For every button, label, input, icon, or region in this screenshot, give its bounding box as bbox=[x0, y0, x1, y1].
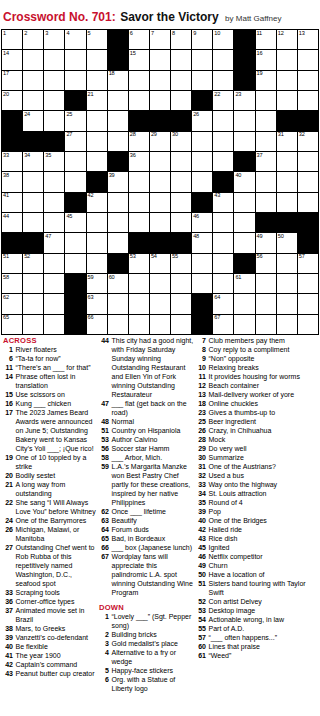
cell-number: 49 bbox=[257, 234, 263, 240]
grid-cell-r8c10[interactable] bbox=[192, 172, 212, 191]
clue-across-56: 56Soccer star Hamm bbox=[99, 444, 194, 453]
grid-cell-r3c5[interactable] bbox=[87, 71, 107, 90]
grid-cell-r2c5[interactable] bbox=[87, 50, 107, 69]
grid-cell-r15c6[interactable] bbox=[108, 315, 128, 334]
grid-cell-r9c6[interactable] bbox=[108, 193, 128, 212]
grid-cell-r7c13[interactable]: 37 bbox=[256, 152, 276, 171]
grid-cell-r15c11[interactable]: 67 bbox=[213, 315, 233, 334]
grid-cell-r6c7[interactable]: 28 bbox=[129, 132, 149, 151]
grid-cell-r15c5[interactable]: 66 bbox=[87, 315, 107, 334]
grid-cell-r4c6[interactable] bbox=[108, 91, 128, 110]
grid-cell-r6c10[interactable] bbox=[192, 132, 212, 151]
black-square bbox=[298, 233, 318, 252]
clue-number: 53 bbox=[99, 435, 112, 444]
grid-cell-r3c14[interactable] bbox=[277, 71, 297, 90]
cell-number: 17 bbox=[3, 71, 9, 77]
cell-number: 44 bbox=[3, 214, 9, 220]
grid-cell-r9c9[interactable] bbox=[171, 193, 191, 212]
clue-text: Sisters band touring with Taylor Swift bbox=[209, 579, 319, 597]
grid-cell-r4c15[interactable] bbox=[298, 91, 318, 110]
grid-cell-r10c10[interactable]: 46 bbox=[192, 213, 212, 232]
grid-cell-r12c5[interactable] bbox=[87, 254, 107, 273]
clue-number: 67 bbox=[99, 552, 112, 597]
clue-text: Captain’s command bbox=[16, 660, 97, 669]
grid-cell-r7c14[interactable] bbox=[277, 152, 297, 171]
grid-cell-r3c1[interactable]: 17 bbox=[2, 71, 22, 90]
grid-cell-r13c5[interactable]: 59 bbox=[87, 274, 107, 293]
clue-text: Org. with a Statue of Liberty logo bbox=[112, 675, 195, 693]
grid-cell-r4c11[interactable]: 22 bbox=[213, 91, 233, 110]
clue-text: Hailed ride bbox=[209, 525, 319, 534]
grid-cell-r8c8[interactable] bbox=[150, 172, 170, 191]
grid-cell-r10c2[interactable] bbox=[23, 213, 43, 232]
clue-number: 66 bbox=[99, 543, 112, 552]
grid-cell-r13c7[interactable] bbox=[129, 274, 149, 293]
grid-cell-r3c8[interactable] bbox=[150, 71, 170, 90]
grid-cell-r10c4[interactable]: 45 bbox=[65, 213, 85, 232]
grid-cell-r7c8[interactable] bbox=[150, 152, 170, 171]
clue-across-1: 1River floaters bbox=[3, 345, 96, 354]
grid-cell-r1c14[interactable]: 12 bbox=[277, 30, 297, 49]
black-square bbox=[234, 152, 254, 171]
clue-column-3: 7Club members pay them8Coy reply to a co… bbox=[196, 336, 318, 660]
grid-cell-r1c10[interactable]: 9 bbox=[192, 30, 212, 49]
black-square bbox=[192, 315, 212, 334]
grid-cell-r3c15[interactable] bbox=[298, 71, 318, 90]
grid-cell-r15c8[interactable] bbox=[150, 315, 170, 334]
clue-across-64: 64Forum duds bbox=[99, 525, 194, 534]
clue-number: 38 bbox=[3, 624, 16, 633]
clue-down-57: 57“___ often happens...” bbox=[196, 633, 318, 642]
grid-cell-r6c5[interactable] bbox=[87, 132, 107, 151]
clue-number: 17 bbox=[3, 408, 16, 453]
clue-across-65: 65Bad, in Bordeaux bbox=[99, 534, 194, 543]
clue-across-26: 26Michigan, Malawi, or Manitoba bbox=[3, 525, 96, 543]
grid-cell-r13c9[interactable] bbox=[171, 274, 191, 293]
grid-cell-r1c1[interactable]: 1 bbox=[2, 30, 22, 49]
clue-number: 42 bbox=[3, 660, 16, 669]
clue-text: L.A.’s Margarita Manzke won Best Pastry … bbox=[112, 462, 195, 507]
clue-number: 53 bbox=[196, 606, 209, 615]
grid-cell-r5c13[interactable] bbox=[256, 111, 276, 130]
clue-number: 14 bbox=[3, 372, 16, 390]
grid-cell-r14c5[interactable]: 63 bbox=[87, 294, 107, 313]
clue-down-32: 32Used a bus bbox=[196, 471, 318, 480]
grid-cell-r4c13[interactable] bbox=[256, 91, 276, 110]
grid-cell-r1c11[interactable]: 10 bbox=[213, 30, 233, 49]
grid-cell-r2c13[interactable]: 16 bbox=[256, 50, 276, 69]
grid-cell-r3c2[interactable] bbox=[23, 71, 43, 90]
grid-cell-r13c6[interactable]: 60 bbox=[108, 274, 128, 293]
grid-cell-r7c10[interactable] bbox=[192, 152, 212, 171]
grid-cell-r10c11[interactable] bbox=[213, 213, 233, 232]
clue-down-4: 4Alternative to a fry or wedge bbox=[99, 648, 194, 666]
grid-cell-r14c9[interactable] bbox=[171, 294, 191, 313]
clue-down-23: 23Gives a thumbs-up to bbox=[196, 408, 318, 417]
grid-cell-r15c3[interactable] bbox=[44, 315, 64, 334]
grid-cell-r8c2[interactable] bbox=[23, 172, 43, 191]
grid-cell-r13c2[interactable] bbox=[23, 274, 43, 293]
grid-cell-r11c3[interactable]: 47 bbox=[44, 233, 64, 252]
clue-across-19: 19One of 10 toppled by a strike bbox=[3, 453, 96, 471]
grid-cell-r1c8[interactable]: 7 bbox=[150, 30, 170, 49]
grid-cell-r14c15[interactable] bbox=[298, 294, 318, 313]
black-square bbox=[44, 132, 64, 151]
grid-cell-r2c3[interactable] bbox=[44, 50, 64, 69]
grid-cell-r6c11[interactable] bbox=[213, 132, 233, 151]
grid-cell-r3c10[interactable] bbox=[192, 71, 212, 90]
cell-number: 61 bbox=[235, 275, 241, 281]
clue-text: Corner-office types bbox=[16, 597, 97, 606]
grid-cell-r14c3[interactable] bbox=[44, 294, 64, 313]
grid-cell-r5c3[interactable] bbox=[44, 111, 64, 130]
grid-cell-r11c12[interactable] bbox=[234, 233, 254, 252]
clue-down-43: 43Rice dish bbox=[196, 534, 318, 543]
grid-cell-r2c8[interactable] bbox=[150, 50, 170, 69]
grid-cell-r9c15[interactable] bbox=[298, 193, 318, 212]
grid-cell-r3c13[interactable]: 19 bbox=[256, 71, 276, 90]
grid-cell-r5c2[interactable]: 24 bbox=[23, 111, 43, 130]
grid-cell-r7c1[interactable]: 33 bbox=[2, 152, 22, 171]
clue-number: 16 bbox=[3, 399, 16, 408]
grid-cell-r7c2[interactable]: 34 bbox=[23, 152, 43, 171]
grid-cell-r6c12[interactable] bbox=[234, 132, 254, 151]
cell-number: 33 bbox=[3, 153, 9, 159]
grid-cell-r13c14[interactable] bbox=[277, 274, 297, 293]
black-square bbox=[192, 294, 212, 313]
grid-cell-r8c9[interactable] bbox=[171, 172, 191, 191]
clue-number: 62 bbox=[99, 507, 112, 516]
clue-down-31: 31One of the Austrians? bbox=[196, 462, 318, 471]
clue-down-40: 40One of the Bridges bbox=[196, 516, 318, 525]
grid-cell-r12c4[interactable] bbox=[65, 254, 85, 273]
clue-across-17: 17The 2023 James Beard Awards were annou… bbox=[3, 408, 96, 453]
grid-cell-r4c1[interactable]: 20 bbox=[2, 91, 22, 110]
grid-cell-r3c11[interactable] bbox=[213, 71, 233, 90]
grid-cell-r11c14[interactable]: 50 bbox=[277, 233, 297, 252]
grid-cell-r14c11[interactable]: 64 bbox=[213, 294, 233, 313]
grid-cell-r3c7[interactable] bbox=[129, 71, 149, 90]
clue-number: 2 bbox=[99, 630, 112, 639]
clue-text: Lines that praise bbox=[209, 642, 319, 651]
clue-text: Forum duds bbox=[112, 525, 195, 534]
clue-text: “Lovely ___” (Sgt. Pepper song) bbox=[112, 612, 195, 630]
grid-cell-r13c11[interactable] bbox=[213, 274, 233, 293]
grid-cell-r5c10[interactable]: 26 bbox=[192, 111, 212, 130]
grid-cell-r7c5[interactable] bbox=[87, 152, 107, 171]
black-square bbox=[108, 30, 128, 49]
clue-across-62: 62Once ___ lifetime bbox=[99, 507, 194, 516]
grid-cell-r6c15[interactable]: 32 bbox=[298, 132, 318, 151]
cell-number: 65 bbox=[3, 315, 9, 321]
grid-cell-r10c3[interactable] bbox=[44, 213, 64, 232]
grid-cell-r9c7[interactable] bbox=[129, 193, 149, 212]
clue-text: Rice dish bbox=[209, 534, 319, 543]
puzzle-byline: by Matt Gaffney bbox=[225, 14, 281, 23]
grid-cell-r9c5[interactable]: 42 bbox=[87, 193, 107, 212]
grid-cell-r8c14[interactable] bbox=[277, 172, 297, 191]
across-clues-2: 44This city had a good night, with Frida… bbox=[99, 336, 194, 597]
grid-cell-r4c12[interactable]: 23 bbox=[234, 91, 254, 110]
grid-cell-r11c6[interactable] bbox=[108, 233, 128, 252]
grid-cell-r8c15[interactable] bbox=[298, 172, 318, 191]
grid-cell-r6c14[interactable]: 31 bbox=[277, 132, 297, 151]
clue-across-38: 38Mars, to Greeks bbox=[3, 624, 96, 633]
grid-cell-r13c12[interactable]: 61 bbox=[234, 274, 254, 293]
crossword-grid[interactable]: 1234567891011121314151617181920212223242… bbox=[1, 29, 319, 335]
clue-down-55: 55Part of A.D. bbox=[196, 624, 318, 633]
clue-number: 46 bbox=[196, 552, 209, 561]
clue-number: 6 bbox=[3, 354, 16, 363]
cell-number: 23 bbox=[235, 92, 241, 98]
clue-across-24: 24One of the Barrymores bbox=[3, 516, 96, 525]
grid-cell-r2c2[interactable] bbox=[23, 50, 43, 69]
grid-cell-r5c4[interactable]: 25 bbox=[65, 111, 85, 130]
cell-number: 31 bbox=[278, 132, 284, 138]
grid-cell-r13c10[interactable] bbox=[192, 274, 212, 293]
grid-cell-r2c10[interactable] bbox=[192, 50, 212, 69]
grid-cell-r3c6[interactable]: 18 bbox=[108, 71, 128, 90]
grid-cell-r8c1[interactable]: 38 bbox=[2, 172, 22, 191]
grid-cell-r7c4[interactable] bbox=[65, 152, 85, 171]
clue-text: Netflix competitor bbox=[209, 552, 319, 561]
clue-number: 29 bbox=[196, 444, 209, 453]
cell-number: 40 bbox=[235, 173, 241, 179]
grid-cell-r4c14[interactable] bbox=[277, 91, 297, 110]
clue-text: Normal bbox=[112, 417, 195, 426]
grid-cell-r2c7[interactable]: 15 bbox=[129, 50, 149, 69]
grid-cell-r12c14[interactable] bbox=[277, 254, 297, 273]
grid-cell-r8c3[interactable] bbox=[44, 172, 64, 191]
clue-across-27: 27Outstanding Chef went to Rob Rubba of … bbox=[3, 543, 96, 588]
grid-cell-r4c5[interactable]: 21 bbox=[87, 91, 107, 110]
clue-number: 59 bbox=[99, 462, 112, 507]
clue-text: The 2023 James Beard Awards were announc… bbox=[16, 408, 97, 453]
clue-down-49: 49Churn bbox=[196, 561, 318, 570]
clue-number: 32 bbox=[196, 471, 209, 480]
grid-cell-r6c4[interactable]: 27 bbox=[65, 132, 85, 151]
grid-cell-r5c12[interactable] bbox=[234, 111, 254, 130]
clue-down-29: 29Do very well bbox=[196, 444, 318, 453]
clue-number: 12 bbox=[196, 381, 209, 390]
grid-cell-r13c1[interactable]: 58 bbox=[2, 274, 22, 293]
clue-text: Soccer star Hamm bbox=[112, 444, 195, 453]
grid-cell-r6c13[interactable] bbox=[256, 132, 276, 151]
grid-cell-r12c15[interactable]: 57 bbox=[298, 254, 318, 273]
grid-cell-r12c10[interactable] bbox=[192, 254, 212, 273]
grid-cell-r10c6[interactable] bbox=[108, 213, 128, 232]
grid-cell-r8c7[interactable] bbox=[129, 172, 149, 191]
cell-number: 36 bbox=[130, 153, 136, 159]
grid-cell-r2c9[interactable] bbox=[171, 50, 191, 69]
grid-cell-r9c11[interactable]: 43 bbox=[213, 193, 233, 212]
grid-cell-r7c11[interactable] bbox=[213, 152, 233, 171]
cell-number: 55 bbox=[172, 254, 178, 260]
grid-cell-r4c9[interactable] bbox=[171, 91, 191, 110]
grid-cell-r3c9[interactable] bbox=[171, 71, 191, 90]
grid-cell-r12c13[interactable]: 56 bbox=[256, 254, 276, 273]
grid-cell-r14c8[interactable] bbox=[150, 294, 170, 313]
clue-number: 10 bbox=[196, 363, 209, 372]
grid-cell-r11c13[interactable]: 49 bbox=[256, 233, 276, 252]
grid-cell-r7c3[interactable]: 35 bbox=[44, 152, 64, 171]
grid-cell-r15c7[interactable] bbox=[129, 315, 149, 334]
clue-down-1: 1“Lovely ___” (Sgt. Pepper song) bbox=[99, 612, 194, 630]
grid-cell-r6c6[interactable] bbox=[108, 132, 128, 151]
grid-cell-r12c11[interactable] bbox=[213, 254, 233, 273]
grid-cell-r14c12[interactable] bbox=[234, 294, 254, 313]
grid-cell-r15c9[interactable] bbox=[171, 315, 191, 334]
clue-text: Con artist Delvey bbox=[209, 597, 319, 606]
clue-text: Peanut butter cup creator bbox=[16, 669, 97, 678]
cell-number: 34 bbox=[24, 153, 30, 159]
clue-down-34: 34St. Louis attraction bbox=[196, 489, 318, 498]
grid-cell-r14c2[interactable] bbox=[23, 294, 43, 313]
cell-number: 42 bbox=[88, 193, 94, 199]
cell-number: 11 bbox=[257, 31, 262, 37]
grid-cell-r1c13[interactable]: 11 bbox=[256, 30, 276, 49]
grid-cell-r6c9[interactable]: 30 bbox=[171, 132, 191, 151]
grid-cell-r10c12[interactable] bbox=[234, 213, 254, 232]
clue-text: Scraping tools bbox=[16, 588, 97, 597]
grid-cell-r3c3[interactable] bbox=[44, 71, 64, 90]
grid-cell-r8c13[interactable] bbox=[256, 172, 276, 191]
clue-across-42: 42Captain’s command bbox=[3, 660, 96, 669]
clue-down-50: 50Have a location of bbox=[196, 570, 318, 579]
grid-cell-r14c7[interactable] bbox=[129, 294, 149, 313]
clue-down-54: 54Actionable wrong, in law bbox=[196, 615, 318, 624]
clue-down-53: 53Desktop image bbox=[196, 606, 318, 615]
grid-cell-r12c3[interactable] bbox=[44, 254, 64, 273]
cell-number: 9 bbox=[193, 31, 196, 37]
clue-number: 20 bbox=[3, 471, 16, 480]
grid-cell-r4c3[interactable] bbox=[44, 91, 64, 110]
cell-number: 14 bbox=[3, 51, 9, 57]
cell-number: 52 bbox=[24, 254, 30, 260]
grid-cell-r5c5[interactable] bbox=[87, 111, 107, 130]
grid-cell-r4c8[interactable] bbox=[150, 91, 170, 110]
clue-text: River floaters bbox=[16, 345, 97, 354]
grid-cell-r11c11[interactable] bbox=[213, 233, 233, 252]
grid-cell-r10c7[interactable] bbox=[129, 213, 149, 232]
grid-cell-r5c11[interactable] bbox=[213, 111, 233, 130]
grid-cell-r1c3[interactable]: 3 bbox=[44, 30, 64, 49]
clue-text: “Non” opposite bbox=[209, 354, 319, 363]
clue-number: 50 bbox=[196, 570, 209, 579]
grid-cell-r1c7[interactable]: 6 bbox=[129, 30, 149, 49]
grid-cell-r12c1[interactable]: 51 bbox=[2, 254, 22, 273]
grid-cell-r13c15[interactable] bbox=[298, 274, 318, 293]
grid-cell-r15c1[interactable]: 65 bbox=[2, 315, 22, 334]
grid-cell-r6c8[interactable]: 29 bbox=[150, 132, 170, 151]
grid-cell-r11c10[interactable]: 48 bbox=[192, 233, 212, 252]
clue-text: Churn bbox=[209, 561, 319, 570]
grid-cell-r2c11[interactable] bbox=[213, 50, 233, 69]
clue-number: 23 bbox=[196, 408, 209, 417]
grid-cell-r12c9[interactable]: 55 bbox=[171, 254, 191, 273]
clue-text: Round of 4 bbox=[209, 498, 319, 507]
grid-cell-r8c12[interactable]: 40 bbox=[234, 172, 254, 191]
grid-cell-r10c8[interactable] bbox=[150, 213, 170, 232]
clue-number: 5 bbox=[99, 666, 112, 675]
grid-cell-r9c2[interactable] bbox=[23, 193, 43, 212]
grid-cell-r15c12[interactable] bbox=[234, 315, 254, 334]
grid-cell-r9c3[interactable] bbox=[44, 193, 64, 212]
clue-number: 11 bbox=[3, 363, 16, 372]
grid-cell-r15c14[interactable] bbox=[277, 315, 297, 334]
grid-cell-r9c1[interactable]: 41 bbox=[2, 193, 22, 212]
clue-down-51: 51Sisters band touring with Taylor Swift bbox=[196, 579, 318, 597]
cell-number: 19 bbox=[257, 71, 263, 77]
grid-cell-r10c9[interactable] bbox=[171, 213, 191, 232]
grid-cell-r14c14[interactable] bbox=[277, 294, 297, 313]
grid-cell-r2c14[interactable] bbox=[277, 50, 297, 69]
clue-down-35: 35Round of 4 bbox=[196, 498, 318, 507]
grid-cell-r9c12[interactable] bbox=[234, 193, 254, 212]
grid-cell-r8c4[interactable] bbox=[65, 172, 85, 191]
cell-number: 66 bbox=[88, 315, 94, 321]
grid-cell-r1c9[interactable]: 8 bbox=[171, 30, 191, 49]
grid-cell-r7c15[interactable] bbox=[298, 152, 318, 171]
grid-cell-r12c8[interactable]: 54 bbox=[150, 254, 170, 273]
grid-cell-r2c1[interactable]: 14 bbox=[2, 50, 22, 69]
grid-cell-r15c2[interactable] bbox=[23, 315, 43, 334]
grid-cell-r12c7[interactable]: 53 bbox=[129, 254, 149, 273]
cell-number: 3 bbox=[45, 31, 48, 37]
grid-cell-r5c6[interactable] bbox=[108, 111, 128, 130]
grid-cell-r7c7[interactable]: 36 bbox=[129, 152, 149, 171]
grid-cell-r13c8[interactable] bbox=[150, 274, 170, 293]
grid-cell-r14c13[interactable] bbox=[256, 294, 276, 313]
grid-cell-r1c5[interactable]: 5 bbox=[87, 30, 107, 49]
clue-number: 24 bbox=[3, 516, 16, 525]
grid-cell-r1c2[interactable]: 2 bbox=[23, 30, 43, 49]
grid-cell-r11c4[interactable] bbox=[65, 233, 85, 252]
grid-cell-r15c13[interactable] bbox=[256, 315, 276, 334]
clue-number: 33 bbox=[3, 588, 16, 597]
cell-number: 41 bbox=[3, 193, 9, 199]
grid-cell-r1c4[interactable]: 4 bbox=[65, 30, 85, 49]
grid-cell-r4c7[interactable] bbox=[129, 91, 149, 110]
cell-number: 59 bbox=[88, 275, 94, 281]
grid-cell-r1c15[interactable]: 13 bbox=[298, 30, 318, 49]
grid-cell-r13c3[interactable] bbox=[44, 274, 64, 293]
grid-cell-r13c13[interactable] bbox=[256, 274, 276, 293]
cell-number: 43 bbox=[214, 193, 220, 199]
grid-cell-r14c6[interactable] bbox=[108, 294, 128, 313]
clue-number: 55 bbox=[196, 624, 209, 633]
grid-cell-r10c1[interactable]: 44 bbox=[2, 213, 22, 232]
grid-cell-r9c13[interactable] bbox=[256, 193, 276, 212]
clue-down-6: 6Org. with a Statue of Liberty logo bbox=[99, 675, 194, 693]
grid-cell-r3c4[interactable] bbox=[65, 71, 85, 90]
grid-cell-r10c5[interactable] bbox=[87, 213, 107, 232]
grid-cell-r2c4[interactable] bbox=[65, 50, 85, 69]
grid-cell-r15c15[interactable] bbox=[298, 315, 318, 334]
grid-cell-r9c14[interactable] bbox=[277, 193, 297, 212]
grid-cell-r14c1[interactable]: 62 bbox=[2, 294, 22, 313]
grid-cell-r9c8[interactable] bbox=[150, 193, 170, 212]
grid-cell-r4c2[interactable] bbox=[23, 91, 43, 110]
grid-cell-r8c6[interactable]: 39 bbox=[108, 172, 128, 191]
clue-down-2: 2Building bricks bbox=[99, 630, 194, 639]
grid-cell-r2c15[interactable] bbox=[298, 50, 318, 69]
clue-across-21: 21A long way from outstanding bbox=[3, 480, 96, 498]
grid-cell-r11c5[interactable] bbox=[87, 233, 107, 252]
grid-cell-r12c2[interactable]: 52 bbox=[23, 254, 43, 273]
grid-cell-r7c9[interactable] bbox=[171, 152, 191, 171]
clue-number: 27 bbox=[3, 543, 16, 588]
